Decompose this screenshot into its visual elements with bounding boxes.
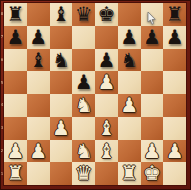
- square-d8[interactable]: ♛: [72, 3, 95, 26]
- square-a5[interactable]: [4, 71, 27, 94]
- square-b7[interactable]: ♟: [27, 26, 50, 49]
- piece-black-pawn-f7[interactable]: ♟: [118, 26, 141, 49]
- piece-black-pawn-b7[interactable]: ♟: [27, 26, 50, 49]
- square-b5[interactable]: [27, 71, 50, 94]
- piece-black-bishop-b6[interactable]: ♝: [27, 49, 50, 72]
- square-e8[interactable]: ♚: [95, 3, 118, 26]
- piece-white-knight-d4[interactable]: ♞: [72, 94, 95, 117]
- square-a1[interactable]: ♜: [4, 162, 27, 185]
- square-d6[interactable]: [72, 49, 95, 72]
- square-d5[interactable]: ♟: [72, 71, 95, 94]
- piece-white-pawn-g2[interactable]: ♟: [141, 140, 164, 163]
- square-d2[interactable]: ♞: [72, 140, 95, 163]
- square-a4[interactable]: [4, 94, 27, 117]
- square-e7[interactable]: [95, 26, 118, 49]
- square-h4[interactable]: [163, 94, 186, 117]
- square-g8[interactable]: [141, 3, 164, 26]
- square-h5[interactable]: [163, 71, 186, 94]
- square-b4[interactable]: [27, 94, 50, 117]
- square-g4[interactable]: [141, 94, 164, 117]
- square-g1[interactable]: ♚: [141, 162, 164, 185]
- square-h3[interactable]: [163, 117, 186, 140]
- piece-black-king-e8[interactable]: ♚: [95, 3, 118, 26]
- piece-black-pawn-g7[interactable]: ♟: [141, 26, 164, 49]
- square-a2[interactable]: ♟: [4, 140, 27, 163]
- square-g6[interactable]: [141, 49, 164, 72]
- chess-board: ♜♝♛♚♜♟♟♟♟♟♝♞♟♞♟♟♞♟♟♝♟♟♞♝♟♟♜♛♜♚: [4, 3, 186, 185]
- piece-white-bishop-e2[interactable]: ♝: [95, 140, 118, 163]
- square-d3[interactable]: [72, 117, 95, 140]
- piece-black-knight-f6[interactable]: ♞: [118, 49, 141, 72]
- piece-black-knight-c6[interactable]: ♞: [50, 49, 73, 72]
- square-b1[interactable]: [27, 162, 50, 185]
- square-d4[interactable]: ♞: [72, 94, 95, 117]
- square-c7[interactable]: [50, 26, 73, 49]
- square-a7[interactable]: ♟: [4, 26, 27, 49]
- square-f8[interactable]: [118, 3, 141, 26]
- square-f5[interactable]: [118, 71, 141, 94]
- square-f4[interactable]: ♟: [118, 94, 141, 117]
- square-h6[interactable]: [163, 49, 186, 72]
- square-f3[interactable]: [118, 117, 141, 140]
- square-c2[interactable]: [50, 140, 73, 163]
- square-c4[interactable]: [50, 94, 73, 117]
- square-g5[interactable]: [141, 71, 164, 94]
- piece-white-pawn-h2[interactable]: ♟: [163, 140, 186, 163]
- square-a6[interactable]: [4, 49, 27, 72]
- piece-white-rook-f1[interactable]: ♜: [118, 162, 141, 185]
- square-f1[interactable]: ♜: [118, 162, 141, 185]
- piece-white-pawn-f4[interactable]: ♟: [118, 94, 141, 117]
- square-c6[interactable]: ♞: [50, 49, 73, 72]
- piece-white-rook-a1[interactable]: ♜: [4, 162, 27, 185]
- piece-black-rook-a8[interactable]: ♜: [4, 3, 27, 26]
- square-h1[interactable]: [163, 162, 186, 185]
- piece-black-pawn-e6[interactable]: ♟: [95, 49, 118, 72]
- square-g7[interactable]: ♟: [141, 26, 164, 49]
- piece-black-pawn-h7[interactable]: ♟: [163, 26, 186, 49]
- piece-white-queen-d1[interactable]: ♛: [72, 162, 95, 185]
- piece-white-pawn-c3[interactable]: ♟: [50, 117, 73, 140]
- square-e3[interactable]: ♝: [95, 117, 118, 140]
- square-d1[interactable]: ♛: [72, 162, 95, 185]
- square-a3[interactable]: [4, 117, 27, 140]
- square-f2[interactable]: [118, 140, 141, 163]
- chess-board-frame: ♜♝♛♚♜♟♟♟♟♟♝♞♟♞♟♟♞♟♟♝♟♟♞♝♟♟♜♛♜♚ 87654321 …: [0, 0, 191, 190]
- piece-white-bishop-e3[interactable]: ♝: [95, 117, 118, 140]
- square-h2[interactable]: ♟: [163, 140, 186, 163]
- square-d7[interactable]: [72, 26, 95, 49]
- piece-white-pawn-b2[interactable]: ♟: [27, 140, 50, 163]
- square-h7[interactable]: ♟: [163, 26, 186, 49]
- piece-black-pawn-d5[interactable]: ♟: [72, 71, 95, 94]
- square-c1[interactable]: [50, 162, 73, 185]
- piece-black-rook-h8[interactable]: ♜: [163, 3, 186, 26]
- square-c8[interactable]: ♝: [50, 3, 73, 26]
- piece-white-knight-d2[interactable]: ♞: [72, 140, 95, 163]
- square-g3[interactable]: [141, 117, 164, 140]
- square-c5[interactable]: [50, 71, 73, 94]
- piece-black-bishop-c8[interactable]: ♝: [50, 3, 73, 26]
- square-a8[interactable]: ♜: [4, 3, 27, 26]
- square-e5[interactable]: ♟: [95, 71, 118, 94]
- square-g2[interactable]: ♟: [141, 140, 164, 163]
- square-b3[interactable]: [27, 117, 50, 140]
- square-f7[interactable]: ♟: [118, 26, 141, 49]
- square-b6[interactable]: ♝: [27, 49, 50, 72]
- square-b8[interactable]: [27, 3, 50, 26]
- square-e1[interactable]: [95, 162, 118, 185]
- piece-black-pawn-a7[interactable]: ♟: [4, 26, 27, 49]
- piece-white-king-g1[interactable]: ♚: [141, 162, 164, 185]
- square-e4[interactable]: [95, 94, 118, 117]
- square-e2[interactable]: ♝: [95, 140, 118, 163]
- piece-black-queen-d8[interactable]: ♛: [72, 3, 95, 26]
- square-h8[interactable]: ♜: [163, 3, 186, 26]
- square-c3[interactable]: ♟: [50, 117, 73, 140]
- square-f6[interactable]: ♞: [118, 49, 141, 72]
- square-e6[interactable]: ♟: [95, 49, 118, 72]
- piece-white-pawn-a2[interactable]: ♟: [4, 140, 27, 163]
- piece-white-pawn-e5[interactable]: ♟: [95, 71, 118, 94]
- square-b2[interactable]: ♟: [27, 140, 50, 163]
